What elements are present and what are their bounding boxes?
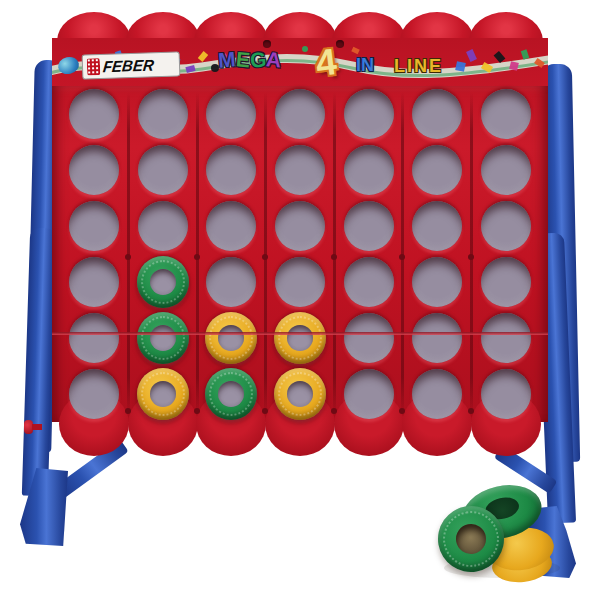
cell-r2-c3[interactable] bbox=[197, 142, 266, 198]
cell-r3-c3[interactable] bbox=[197, 198, 266, 254]
cell-r1-c1[interactable] bbox=[60, 86, 129, 142]
title-letter: A bbox=[265, 47, 282, 72]
cell-r6-c5[interactable] bbox=[334, 366, 403, 422]
hole bbox=[412, 145, 462, 195]
hole bbox=[344, 201, 394, 251]
cell-r5-c5[interactable] bbox=[334, 310, 403, 366]
cell-r4-c2[interactable] bbox=[129, 254, 198, 310]
cell-r3-c7[interactable] bbox=[471, 198, 540, 254]
ring-yellow[interactable] bbox=[274, 312, 326, 364]
hole bbox=[344, 145, 394, 195]
cell-r6-c3[interactable] bbox=[197, 366, 266, 422]
hole bbox=[412, 257, 462, 307]
ring-green[interactable] bbox=[137, 312, 189, 364]
hole bbox=[69, 369, 119, 419]
cell-r2-c5[interactable] bbox=[334, 142, 403, 198]
hole bbox=[481, 145, 531, 195]
hole bbox=[138, 145, 188, 195]
cell-r4-c1[interactable] bbox=[60, 254, 129, 310]
cell-r6-c7[interactable] bbox=[471, 366, 540, 422]
game-board: FEBER MEGA 4 IN LINE bbox=[52, 10, 548, 456]
cell-r3-c1[interactable] bbox=[60, 198, 129, 254]
title-word-in: IN bbox=[356, 55, 374, 76]
brand-text: FEBER bbox=[102, 56, 155, 76]
hole bbox=[206, 89, 256, 139]
cell-r1-c5[interactable] bbox=[334, 86, 403, 142]
cell-r3-c2[interactable] bbox=[129, 198, 198, 254]
hole bbox=[275, 89, 325, 139]
ring-yellow[interactable] bbox=[137, 368, 189, 420]
cell-r2-c1[interactable] bbox=[60, 142, 129, 198]
cell-r2-c2[interactable] bbox=[129, 142, 198, 198]
cell-r3-c5[interactable] bbox=[334, 198, 403, 254]
cell-r4-c4[interactable] bbox=[266, 254, 335, 310]
hole bbox=[481, 313, 531, 363]
hole bbox=[412, 369, 462, 419]
title-letter: E bbox=[234, 47, 250, 72]
hole bbox=[412, 89, 462, 139]
loose-rings bbox=[438, 486, 574, 584]
cell-r4-c3[interactable] bbox=[197, 254, 266, 310]
cell-r5-c1[interactable] bbox=[60, 310, 129, 366]
title-numeral-4: 4 bbox=[314, 41, 340, 85]
cell-r6-c6[interactable] bbox=[403, 366, 472, 422]
cell-r5-c2[interactable] bbox=[129, 310, 198, 366]
hole bbox=[344, 257, 394, 307]
cell-r5-c7[interactable] bbox=[471, 310, 540, 366]
hole bbox=[69, 145, 119, 195]
hole bbox=[138, 89, 188, 139]
banner: FEBER MEGA 4 IN LINE bbox=[52, 46, 548, 86]
hole bbox=[344, 313, 394, 363]
hole bbox=[69, 313, 119, 363]
cell-r1-c6[interactable] bbox=[403, 86, 472, 142]
cell-r4-c6[interactable] bbox=[403, 254, 472, 310]
hole bbox=[69, 201, 119, 251]
board-panel bbox=[52, 86, 548, 422]
hole bbox=[206, 145, 256, 195]
hole bbox=[275, 201, 325, 251]
hole bbox=[206, 257, 256, 307]
hole bbox=[69, 257, 119, 307]
cell-r1-c7[interactable] bbox=[471, 86, 540, 142]
cell-r3-c4[interactable] bbox=[266, 198, 335, 254]
hole bbox=[481, 201, 531, 251]
scene: FEBER MEGA 4 IN LINE bbox=[0, 0, 600, 600]
cell-r6-c4[interactable] bbox=[266, 366, 335, 422]
title-letter: M bbox=[217, 47, 237, 72]
cell-r2-c6[interactable] bbox=[403, 142, 472, 198]
hole bbox=[344, 369, 394, 419]
cell-r4-c7[interactable] bbox=[471, 254, 540, 310]
hole bbox=[69, 89, 119, 139]
ring-green[interactable] bbox=[205, 368, 257, 420]
hole bbox=[275, 257, 325, 307]
hole bbox=[481, 257, 531, 307]
hole bbox=[412, 313, 462, 363]
hole bbox=[481, 369, 531, 419]
feber-logo: FEBER bbox=[82, 51, 181, 79]
cell-r2-c7[interactable] bbox=[471, 142, 540, 198]
title-word-mega: MEGA bbox=[218, 53, 281, 70]
title-word-line: LINE bbox=[394, 56, 443, 77]
cell-r5-c3[interactable] bbox=[197, 310, 266, 366]
cell-r1-c3[interactable] bbox=[197, 86, 266, 142]
cell-r3-c6[interactable] bbox=[403, 198, 472, 254]
cell-r6-c1[interactable] bbox=[60, 366, 129, 422]
feber-emblem-icon bbox=[87, 58, 101, 75]
cell-r1-c4[interactable] bbox=[266, 86, 335, 142]
board-grid bbox=[60, 86, 540, 422]
hole bbox=[138, 201, 188, 251]
ring-green[interactable] bbox=[137, 256, 189, 308]
cell-r4-c5[interactable] bbox=[334, 254, 403, 310]
ring-yellow[interactable] bbox=[205, 312, 257, 364]
cell-r5-c4[interactable] bbox=[266, 310, 335, 366]
cell-r1-c2[interactable] bbox=[129, 86, 198, 142]
cell-r5-c6[interactable] bbox=[403, 310, 472, 366]
hole bbox=[344, 89, 394, 139]
cell-r6-c2[interactable] bbox=[129, 366, 198, 422]
cell-r2-c4[interactable] bbox=[266, 142, 335, 198]
hole bbox=[481, 89, 531, 139]
hole bbox=[412, 201, 462, 251]
hole bbox=[275, 145, 325, 195]
board-seam bbox=[52, 332, 548, 335]
ring-yellow[interactable] bbox=[274, 368, 326, 420]
game-title: MEGA 4 IN LINE bbox=[218, 48, 548, 86]
hole bbox=[206, 201, 256, 251]
